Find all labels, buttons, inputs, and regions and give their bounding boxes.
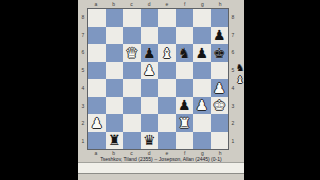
square-e5	[158, 62, 176, 80]
black-rook-b1: ♜	[108, 133, 121, 147]
square-c6: ♛	[123, 44, 141, 62]
rank-label-7: 7	[230, 26, 236, 44]
square-a4	[88, 79, 106, 97]
square-a1	[88, 132, 106, 150]
square-d5: ♟	[141, 62, 159, 80]
square-b6	[106, 44, 124, 62]
square-e1	[158, 132, 176, 150]
rank-label-7: 7	[80, 26, 86, 44]
material-balance-tray: ♞♝	[235, 62, 245, 85]
square-c1	[123, 132, 141, 150]
white-king-h3: ♚	[213, 98, 226, 112]
square-h1	[211, 132, 229, 150]
black-pawn-f3: ♟	[178, 98, 191, 112]
square-h2	[211, 114, 229, 132]
square-c8	[123, 9, 141, 27]
square-g2	[193, 114, 211, 132]
rank-label-8: 8	[80, 8, 86, 26]
file-label-d: d	[140, 1, 158, 7]
square-g1	[193, 132, 211, 150]
square-a5	[88, 62, 106, 80]
file-label-e: e	[158, 1, 176, 7]
rank-labels-left: 87654321	[80, 8, 86, 150]
square-h8	[211, 9, 229, 27]
rank-label-2: 2	[80, 115, 86, 133]
white-pawn-g3: ♟	[195, 98, 208, 112]
square-a6	[88, 44, 106, 62]
square-g8	[193, 9, 211, 27]
square-f8	[176, 9, 194, 27]
square-e3	[158, 97, 176, 115]
rank-label-8: 8	[230, 8, 236, 26]
square-a3	[88, 97, 106, 115]
material-black-knight-icon: ♞	[236, 62, 245, 73]
letterbox-right	[244, 0, 320, 180]
white-pawn-a2: ♟	[90, 116, 103, 130]
square-h5	[211, 62, 229, 80]
rank-label-4: 4	[80, 79, 86, 97]
square-f6: ♞	[176, 44, 194, 62]
square-d2	[141, 114, 159, 132]
square-g4	[193, 79, 211, 97]
square-b1: ♜	[106, 132, 124, 150]
square-b5	[106, 62, 124, 80]
file-label-h: h	[211, 1, 229, 7]
square-b2	[106, 114, 124, 132]
square-d6: ♟	[141, 44, 159, 62]
rank-label-3: 3	[230, 97, 236, 115]
letterbox-left	[0, 0, 78, 180]
square-c2	[123, 114, 141, 132]
white-queen-c6: ♛	[125, 46, 138, 60]
square-c7	[123, 27, 141, 45]
square-a2: ♟	[88, 114, 106, 132]
square-e4	[158, 79, 176, 97]
square-g6: ♟	[193, 44, 211, 62]
white-pawn-h4: ♟	[213, 81, 226, 95]
white-bishop-e6: ♝	[160, 46, 173, 60]
black-pawn-d6: ♟	[143, 46, 156, 60]
square-f3: ♟	[176, 97, 194, 115]
black-king-h6: ♚	[213, 46, 226, 60]
square-d4	[141, 79, 159, 97]
square-g5	[193, 62, 211, 80]
board-panel: abcdefgh 87654321 ♟♛♟♝♞♟♚♟♟♟♟♚♟♜♜♛ 87654…	[78, 0, 244, 180]
rank-label-6: 6	[230, 44, 236, 62]
file-label-f: f	[176, 1, 194, 7]
square-c3	[123, 97, 141, 115]
square-c4	[123, 79, 141, 97]
square-b7	[106, 27, 124, 45]
square-e7	[158, 27, 176, 45]
square-d8	[141, 9, 159, 27]
file-label-c: c	[123, 1, 141, 7]
square-d1: ♛	[141, 132, 159, 150]
square-f1	[176, 132, 194, 150]
square-h4: ♟	[211, 79, 229, 97]
chess-board: ♟♛♟♝♞♟♚♟♟♟♟♚♟♜♜♛	[87, 8, 229, 150]
square-d3	[141, 97, 159, 115]
square-h6: ♚	[211, 44, 229, 62]
square-f7	[176, 27, 194, 45]
square-a8	[88, 9, 106, 27]
square-c5	[123, 62, 141, 80]
square-b8	[106, 9, 124, 27]
square-h3: ♚	[211, 97, 229, 115]
file-label-b: b	[105, 1, 123, 7]
black-queen-d1: ♛	[143, 133, 156, 147]
square-e8	[158, 9, 176, 27]
square-e6: ♝	[158, 44, 176, 62]
rank-label-2: 2	[230, 115, 236, 133]
square-h7: ♟	[211, 27, 229, 45]
square-f2: ♜	[176, 114, 194, 132]
rank-label-3: 3	[80, 97, 86, 115]
rank-label-6: 6	[80, 44, 86, 62]
black-pawn-h7: ♟	[213, 28, 226, 42]
rank-label-5: 5	[80, 61, 86, 79]
square-f4	[176, 79, 194, 97]
file-label-a: a	[87, 1, 105, 7]
black-pawn-g6: ♟	[195, 46, 208, 60]
black-knight-f6: ♞	[178, 46, 191, 60]
file-label-g: g	[194, 1, 212, 7]
rank-label-1: 1	[230, 132, 236, 150]
square-g3: ♟	[193, 97, 211, 115]
square-d7	[141, 27, 159, 45]
file-labels-top: abcdefgh	[87, 1, 229, 7]
square-b3	[106, 97, 124, 115]
white-pawn-d5: ♟	[143, 63, 156, 77]
material-white-bishop-icon: ♝	[236, 74, 245, 85]
square-g7	[193, 27, 211, 45]
square-b4	[106, 79, 124, 97]
rank-label-1: 1	[80, 132, 86, 150]
square-e2	[158, 114, 176, 132]
game-info-band: Event : IRN-USL Disp 1976 Round 13 A16 4…	[78, 162, 244, 174]
square-a7	[88, 27, 106, 45]
square-f5	[176, 62, 194, 80]
white-rook-f2: ♜	[178, 116, 191, 130]
